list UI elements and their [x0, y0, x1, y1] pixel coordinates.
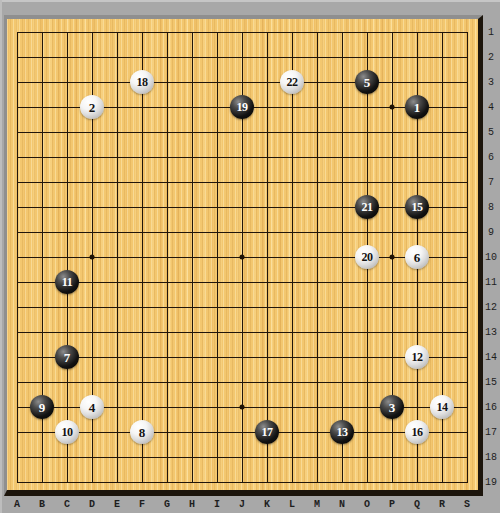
stone-move-7-black[interactable]: 7 [55, 345, 79, 369]
column-label-A: A [14, 499, 20, 510]
column-label-I: I [214, 499, 220, 510]
stone-move-number: 1 [414, 101, 421, 114]
frame-highlight-left [0, 0, 2, 513]
stone-move-number: 21 [362, 201, 373, 213]
column-label-J: J [239, 499, 245, 510]
stone-move-number: 3 [389, 401, 396, 414]
stone-move-17-black[interactable]: 17 [255, 420, 279, 444]
star-point-P10 [390, 255, 395, 260]
column-label-N: N [339, 499, 345, 510]
row-label-7: 7 [482, 177, 500, 188]
row-label-5: 5 [482, 127, 500, 138]
stone-move-4-white[interactable]: 4 [80, 395, 104, 419]
column-label-M: M [314, 499, 320, 510]
stone-move-number: 4 [89, 401, 96, 414]
stone-move-number: 15 [412, 201, 423, 213]
row-label-17: 17 [482, 427, 500, 438]
row-label-9: 9 [482, 227, 500, 238]
row-label-19: 19 [482, 477, 500, 488]
stone-move-number: 2 [89, 101, 96, 114]
stone-move-14-white[interactable]: 14 [430, 395, 454, 419]
column-label-B: B [39, 499, 45, 510]
stone-move-12-white[interactable]: 12 [405, 345, 429, 369]
stone-move-1-black[interactable]: 1 [405, 95, 429, 119]
row-label-18: 18 [482, 452, 500, 463]
stone-move-3-black[interactable]: 3 [380, 395, 404, 419]
stone-move-10-white[interactable]: 10 [55, 420, 79, 444]
row-label-3: 3 [482, 77, 500, 88]
stone-move-21-black[interactable]: 21 [355, 195, 379, 219]
column-label-D: D [89, 499, 95, 510]
stone-move-number: 17 [262, 426, 273, 438]
row-label-4: 4 [482, 102, 500, 113]
row-label-15: 15 [482, 377, 500, 388]
row-label-11: 11 [482, 277, 500, 288]
row-label-12: 12 [482, 302, 500, 313]
row-label-6: 6 [482, 152, 500, 163]
stone-move-number: 8 [139, 426, 146, 439]
stone-move-number: 7 [64, 351, 71, 364]
star-point-D10 [90, 255, 95, 260]
stone-move-number: 10 [62, 426, 73, 438]
row-label-10: 10 [482, 252, 500, 263]
column-label-G: G [164, 499, 170, 510]
stone-move-19-black[interactable]: 19 [230, 95, 254, 119]
stone-move-11-black[interactable]: 11 [55, 270, 79, 294]
column-label-K: K [264, 499, 270, 510]
star-point-J10 [240, 255, 245, 260]
column-label-Q: Q [414, 499, 420, 510]
column-label-O: O [364, 499, 370, 510]
row-label-16: 16 [482, 402, 500, 413]
stone-move-18-white[interactable]: 18 [130, 70, 154, 94]
stone-move-number: 19 [237, 101, 248, 113]
stone-move-22-white[interactable]: 22 [280, 70, 304, 94]
stone-move-16-white[interactable]: 16 [405, 420, 429, 444]
stone-move-number: 6 [414, 251, 421, 264]
column-label-C: C [64, 499, 70, 510]
star-point-P4 [390, 105, 395, 110]
stone-move-number: 11 [62, 276, 72, 288]
stone-move-number: 14 [437, 401, 448, 413]
window-frame: 12345678910111213141516171819202122 1234… [0, 0, 500, 513]
column-label-E: E [114, 499, 120, 510]
stone-move-9-black[interactable]: 9 [30, 395, 54, 419]
stone-move-2-white[interactable]: 2 [80, 95, 104, 119]
stone-move-13-black[interactable]: 13 [330, 420, 354, 444]
stone-move-number: 20 [362, 251, 373, 263]
row-label-2: 2 [482, 52, 500, 63]
row-label-1: 1 [482, 27, 500, 38]
star-point-J16 [240, 405, 245, 410]
row-label-8: 8 [482, 202, 500, 213]
stone-move-number: 13 [337, 426, 348, 438]
frame-highlight-top [0, 0, 500, 2]
stone-move-number: 9 [39, 401, 46, 414]
stone-move-20-white[interactable]: 20 [355, 245, 379, 269]
stone-move-15-black[interactable]: 15 [405, 195, 429, 219]
stone-move-number: 18 [137, 76, 148, 88]
stone-move-number: 12 [412, 351, 423, 363]
stone-move-6-white[interactable]: 6 [405, 245, 429, 269]
stone-move-8-white[interactable]: 8 [130, 420, 154, 444]
column-label-P: P [389, 499, 395, 510]
stone-move-number: 16 [412, 426, 423, 438]
go-board[interactable]: 12345678910111213141516171819202122 [4, 15, 483, 496]
stone-move-number: 22 [287, 76, 298, 88]
row-label-14: 14 [482, 352, 500, 363]
column-label-L: L [289, 499, 295, 510]
column-label-R: R [439, 499, 445, 510]
column-label-S: S [464, 499, 470, 510]
column-label-F: F [139, 499, 145, 510]
column-label-H: H [189, 499, 195, 510]
stone-move-5-black[interactable]: 5 [355, 70, 379, 94]
stone-move-number: 5 [364, 76, 371, 89]
row-label-13: 13 [482, 327, 500, 338]
